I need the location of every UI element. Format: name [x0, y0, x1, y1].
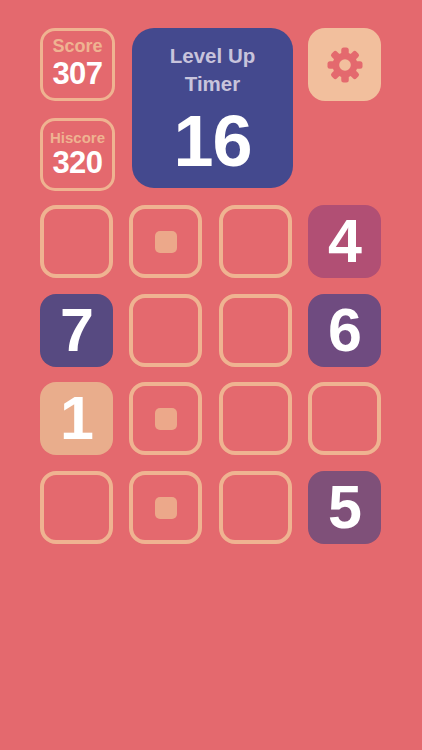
cell-empty-r1c3: [219, 205, 292, 278]
score-value: 307: [43, 57, 112, 91]
spawn-dot-icon: [155, 408, 177, 430]
board-grid[interactable]: 47615: [40, 205, 381, 544]
score-box: Score 307: [40, 28, 115, 101]
spawn-dot-icon: [155, 497, 177, 519]
hiscore-value: 320: [43, 146, 112, 180]
cell-empty-r3c4: [308, 382, 381, 455]
gear-icon: [325, 45, 365, 85]
cell-empty-r3c3: [219, 382, 292, 455]
settings-button[interactable]: [308, 28, 381, 101]
hiscore-label: Hiscore: [43, 129, 112, 146]
timer-label-line2: Timer: [132, 70, 293, 98]
cell-spawn-r1c2: [129, 205, 202, 278]
cell-empty-r1c1: [40, 205, 113, 278]
cell-spawn-r3c2: [129, 382, 202, 455]
tile-7-r2c1[interactable]: 7: [40, 294, 113, 367]
cell-empty-r2c3: [219, 294, 292, 367]
level-up-timer: Level Up Timer 16: [132, 28, 293, 188]
score-label: Score: [43, 36, 112, 57]
tile-5-r4c4[interactable]: 5: [308, 471, 381, 544]
timer-label-line1: Level Up: [132, 42, 293, 70]
hiscore-box: Hiscore 320: [40, 118, 115, 191]
timer-value: 16: [132, 102, 293, 180]
timer-label: Level Up Timer: [132, 28, 293, 98]
tile-1-r3c1[interactable]: 1: [40, 382, 113, 455]
cell-empty-r4c1: [40, 471, 113, 544]
cell-empty-r2c2: [129, 294, 202, 367]
cell-spawn-r4c2: [129, 471, 202, 544]
cell-empty-r4c3: [219, 471, 292, 544]
spawn-dot-icon: [155, 231, 177, 253]
tile-4-r1c4[interactable]: 4: [308, 205, 381, 278]
tile-6-r2c4[interactable]: 6: [308, 294, 381, 367]
game-screen: Score 307 Hiscore 320 Level Up Timer 16: [0, 0, 422, 750]
